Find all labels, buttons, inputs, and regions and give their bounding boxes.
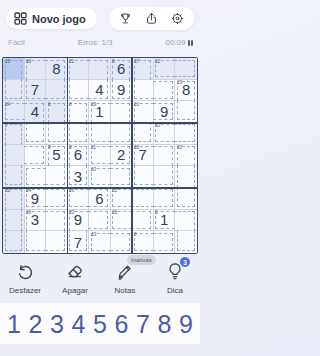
undo-label: Desfazer <box>9 286 41 295</box>
cell-digit: 9 <box>154 101 175 122</box>
cage-border <box>69 122 87 142</box>
cell-digit: 8 <box>46 58 67 79</box>
cage-border <box>91 122 111 142</box>
cage-sum: 24 <box>5 102 10 107</box>
cell-r9c5[interactable]: 13 <box>89 231 111 253</box>
cell-r7c5[interactable]: 6 <box>89 188 111 210</box>
cage-border <box>134 79 154 99</box>
cell-digit: 7 <box>68 231 89 253</box>
cage-border <box>26 122 44 142</box>
cell-r2c3[interactable] <box>46 80 68 102</box>
cell-digit: 5 <box>46 145 67 166</box>
cell-r1c1[interactable]: 15 <box>3 58 25 80</box>
cell-r2c7[interactable] <box>132 80 154 102</box>
cell-digit: 9 <box>68 210 89 231</box>
cell-r8c5[interactable] <box>89 210 111 232</box>
cell-r5c5[interactable]: 11 <box>89 145 111 167</box>
cell-r3c3[interactable]: 6 <box>46 101 68 123</box>
cell-r8c8[interactable]: 91 <box>154 210 176 232</box>
cell-r5c1[interactable] <box>3 145 25 167</box>
cage-border <box>69 79 89 99</box>
cage-border <box>110 122 130 142</box>
cell-r5c6[interactable]: 2 <box>111 145 133 167</box>
cage-sum: 8 <box>134 232 137 237</box>
lightbulb-icon: 3 <box>164 260 186 282</box>
cell-r1c8[interactable]: 12 <box>154 58 176 80</box>
cage-sum: 17 <box>134 59 139 64</box>
cage-border <box>5 79 23 99</box>
cage-sum: 15 <box>5 59 10 64</box>
undo-button[interactable]: Desfazer <box>2 260 48 295</box>
new-game-grid-icon <box>14 12 27 25</box>
cell-r3c6[interactable] <box>111 101 133 123</box>
cell-r2c6[interactable]: 9 <box>111 80 133 102</box>
cell-r9c3[interactable] <box>46 231 68 253</box>
cage-border <box>45 189 65 207</box>
cage-border <box>177 230 196 251</box>
cage-border <box>88 211 108 229</box>
cell-r1c7[interactable]: 17 <box>132 58 154 80</box>
cell-r7c3[interactable] <box>46 188 68 210</box>
cage-border <box>177 165 196 188</box>
cell-r9c6[interactable] <box>111 231 133 253</box>
cage-border <box>110 233 130 252</box>
cell-r4c4[interactable] <box>68 123 90 145</box>
cell-r9c8[interactable] <box>154 231 176 253</box>
cage-border <box>110 168 130 186</box>
cell-r2c5[interactable]: 4 <box>89 80 111 102</box>
cell-r5c4[interactable]: 96 <box>68 145 90 167</box>
cell-digit: 7 <box>25 80 46 101</box>
cell-r8c7[interactable] <box>132 210 154 232</box>
numpad-8[interactable]: 8 <box>155 309 175 339</box>
cell-digit: 1 <box>154 210 175 231</box>
cell-r2c2[interactable]: 7 <box>25 80 47 102</box>
cell-r6c3[interactable] <box>46 166 68 188</box>
cage-border <box>26 168 46 186</box>
hint-label: Dica <box>167 286 183 295</box>
status-row: Fácil Erros: 1/3 00:09 <box>8 38 193 47</box>
undo-icon <box>14 260 36 282</box>
cell-r8c9[interactable] <box>175 210 197 232</box>
top-right-actions <box>109 7 194 30</box>
timer-value: 00:09 <box>165 38 185 47</box>
hint-button[interactable]: 3 Dica <box>152 260 198 295</box>
cage-border <box>134 122 152 142</box>
cage-sum: 13 <box>177 145 182 150</box>
cell-r9c2[interactable] <box>25 231 47 253</box>
numpad-4[interactable]: 4 <box>69 309 89 339</box>
cell-digit: 4 <box>25 101 46 122</box>
cell-r2c4[interactable] <box>68 80 90 102</box>
cage-sum: 6 <box>48 102 51 107</box>
timer: 00:09 <box>165 38 193 47</box>
numpad-2[interactable]: 2 <box>26 309 46 339</box>
cage-border <box>48 122 66 142</box>
cage-border <box>174 60 195 78</box>
cage-border <box>110 103 130 123</box>
cell-digit: 6 <box>111 58 132 79</box>
cell-digit: 3 <box>68 166 89 187</box>
eraser-icon <box>64 260 86 282</box>
cell-r4c9[interactable] <box>175 123 197 145</box>
new-game-label: Novo jogo <box>32 13 86 25</box>
top-bar: Novo jogo <box>6 7 194 30</box>
new-game-button[interactable]: Novo jogo <box>6 8 97 29</box>
hint-count-badge: 3 <box>179 256 191 268</box>
cage-border <box>45 230 65 251</box>
cage-sum: 16 <box>69 188 74 193</box>
cell-digit: 6 <box>89 188 110 209</box>
cell-r5c3[interactable]: 95 <box>46 145 68 167</box>
cell-r2c9[interactable]: 138 <box>175 80 197 102</box>
pause-icon[interactable] <box>188 40 193 46</box>
cell-r4c5[interactable] <box>89 123 111 145</box>
cage-sum: 16 <box>112 210 117 215</box>
cage-border <box>153 189 173 207</box>
cage-border <box>131 211 151 229</box>
cage-sum: 12 <box>155 59 160 64</box>
cell-r4c7[interactable] <box>132 123 154 145</box>
cell-r6c6[interactable] <box>111 166 133 188</box>
settings-icon[interactable] <box>171 12 184 25</box>
cage-border <box>5 165 23 185</box>
cage-border <box>153 165 173 185</box>
share-icon[interactable] <box>145 12 158 25</box>
cell-r2c1[interactable] <box>3 80 25 102</box>
cell-r3c9[interactable] <box>175 101 197 123</box>
cage-border <box>45 79 65 99</box>
cell-r8c3[interactable] <box>46 210 68 232</box>
cell-r5c9[interactable]: 13 <box>175 145 197 167</box>
cage-border <box>45 165 65 185</box>
cage-border <box>134 233 154 252</box>
cell-r5c7[interactable]: 187 <box>132 145 154 167</box>
cell-r7c1[interactable]: 12 <box>3 188 25 210</box>
cage-sum: 10 <box>134 102 139 107</box>
cell-digit: 2 <box>111 145 132 166</box>
action-toolbar: Desfazer Apagar Inativas Notas <box>0 260 200 295</box>
cell-r8c1[interactable] <box>3 210 25 232</box>
cage-border <box>153 233 173 252</box>
cell-r1c9[interactable] <box>175 58 197 80</box>
cage-border <box>177 187 196 207</box>
cage-border <box>26 230 46 251</box>
erase-button[interactable]: Apagar <box>52 260 98 295</box>
cage-border <box>24 146 44 164</box>
cage-sum: 21 <box>69 59 74 64</box>
cage-sum: 8 <box>69 102 72 107</box>
cage-border <box>153 146 173 166</box>
cage-sum: 12 <box>5 188 10 193</box>
numpad-3[interactable]: 3 <box>47 309 67 339</box>
cell-r1c6[interactable]: 96 <box>111 58 133 80</box>
cell-digit: 9 <box>111 80 132 101</box>
cell-r5c2[interactable] <box>25 145 47 167</box>
cage-border <box>88 60 108 80</box>
cell-r3c8[interactable]: 9 <box>154 101 176 123</box>
cell-digit: 7 <box>132 145 153 166</box>
cage-sum: 11 <box>91 145 96 150</box>
cage-border <box>69 103 87 123</box>
cell-r7c7[interactable] <box>132 188 154 210</box>
numpad: 123456789 <box>4 309 196 339</box>
cell-r7c2[interactable]: 149 <box>25 188 47 210</box>
cell-r6c2[interactable] <box>25 166 47 188</box>
erase-label: Apagar <box>62 286 88 295</box>
cage-border <box>174 124 195 142</box>
numpad-6[interactable]: 6 <box>112 309 132 339</box>
cell-r1c4[interactable]: 21 <box>68 58 90 80</box>
cage-sum: 7 <box>5 123 8 128</box>
cell-r9c4[interactable]: 7 <box>68 231 90 253</box>
cell-r2c8[interactable] <box>154 80 176 102</box>
cell-r6c5[interactable]: 13 <box>89 166 111 188</box>
numpad-1[interactable]: 1 <box>4 309 24 339</box>
difficulty-label: Fácil <box>8 38 25 47</box>
cell-r4c1[interactable]: 7 <box>3 123 25 145</box>
cell-r1c5[interactable] <box>89 58 111 80</box>
cell-digit: 1 <box>89 101 110 122</box>
cage-sum: 13 <box>91 167 96 172</box>
numpad-9[interactable]: 9 <box>176 309 196 339</box>
cell-r3c2[interactable]: 4 <box>25 101 47 123</box>
cell-digit: 4 <box>89 80 110 101</box>
notes-button[interactable]: Inativas Notas <box>102 260 148 295</box>
cell-r9c1[interactable] <box>3 231 25 253</box>
cell-digit: 6 <box>68 145 89 166</box>
cell-r6c4[interactable]: 3 <box>68 166 90 188</box>
cage-border <box>134 165 154 185</box>
cell-r4c8[interactable]: 13 <box>154 123 176 145</box>
cell-r9c9[interactable] <box>175 231 197 253</box>
cell-r6c1[interactable] <box>3 166 25 188</box>
cell-r8c2[interactable]: 163 <box>25 210 47 232</box>
notes-label: Notas <box>115 286 136 295</box>
cell-r7c6[interactable]: 15 <box>111 188 133 210</box>
cell-r3c4[interactable]: 8 <box>68 101 90 123</box>
cage-border <box>174 211 195 231</box>
cell-digit: 9 <box>25 188 46 209</box>
cell-r6c7[interactable] <box>132 166 154 188</box>
cage-border <box>177 100 196 120</box>
sudoku-grid[interactable]: 1516821961712749138244681911097139596112… <box>2 57 198 254</box>
cell-r5c8[interactable] <box>154 145 176 167</box>
cell-r3c7[interactable]: 10 <box>132 101 154 123</box>
cage-border <box>153 81 173 99</box>
cell-r3c1[interactable]: 24 <box>3 101 25 123</box>
cage-border <box>5 230 23 251</box>
cell-r3c5[interactable]: 191 <box>89 101 111 123</box>
cell-r8c4[interactable]: 239 <box>68 210 90 232</box>
cage-border <box>131 189 154 207</box>
cell-r7c4[interactable]: 16 <box>68 188 90 210</box>
cage-sum: 15 <box>112 188 117 193</box>
cage-border <box>5 209 23 232</box>
cell-r9c7[interactable]: 8 <box>132 231 154 253</box>
cell-r4c3[interactable] <box>46 123 68 145</box>
cell-digit: 8 <box>175 80 197 101</box>
cage-border <box>45 211 65 231</box>
cell-r8c6[interactable]: 16 <box>111 210 133 232</box>
cell-r1c2[interactable]: 16 <box>25 58 47 80</box>
cell-r1c3[interactable]: 8 <box>46 58 68 80</box>
cell-r7c9[interactable] <box>175 188 197 210</box>
cell-r6c8[interactable] <box>154 166 176 188</box>
errors-counter: Erros: 1/3 <box>78 38 113 47</box>
numpad-5[interactable]: 5 <box>90 309 110 339</box>
cell-r4c6[interactable] <box>111 123 133 145</box>
pencil-icon: Inativas <box>114 260 136 282</box>
cage-sum: 16 <box>26 59 31 64</box>
cage-sum: 13 <box>91 232 96 237</box>
cell-r4c2[interactable] <box>25 123 47 145</box>
cell-r6c9[interactable] <box>175 166 197 188</box>
cell-r7c8[interactable] <box>154 188 176 210</box>
trophy-icon[interactable] <box>119 12 132 25</box>
numpad-7[interactable]: 7 <box>133 309 153 339</box>
cell-digit: 3 <box>25 210 46 231</box>
notes-status-badge: Inativas <box>127 255 156 265</box>
cage-sum: 13 <box>155 123 160 128</box>
cage-border <box>5 144 25 167</box>
